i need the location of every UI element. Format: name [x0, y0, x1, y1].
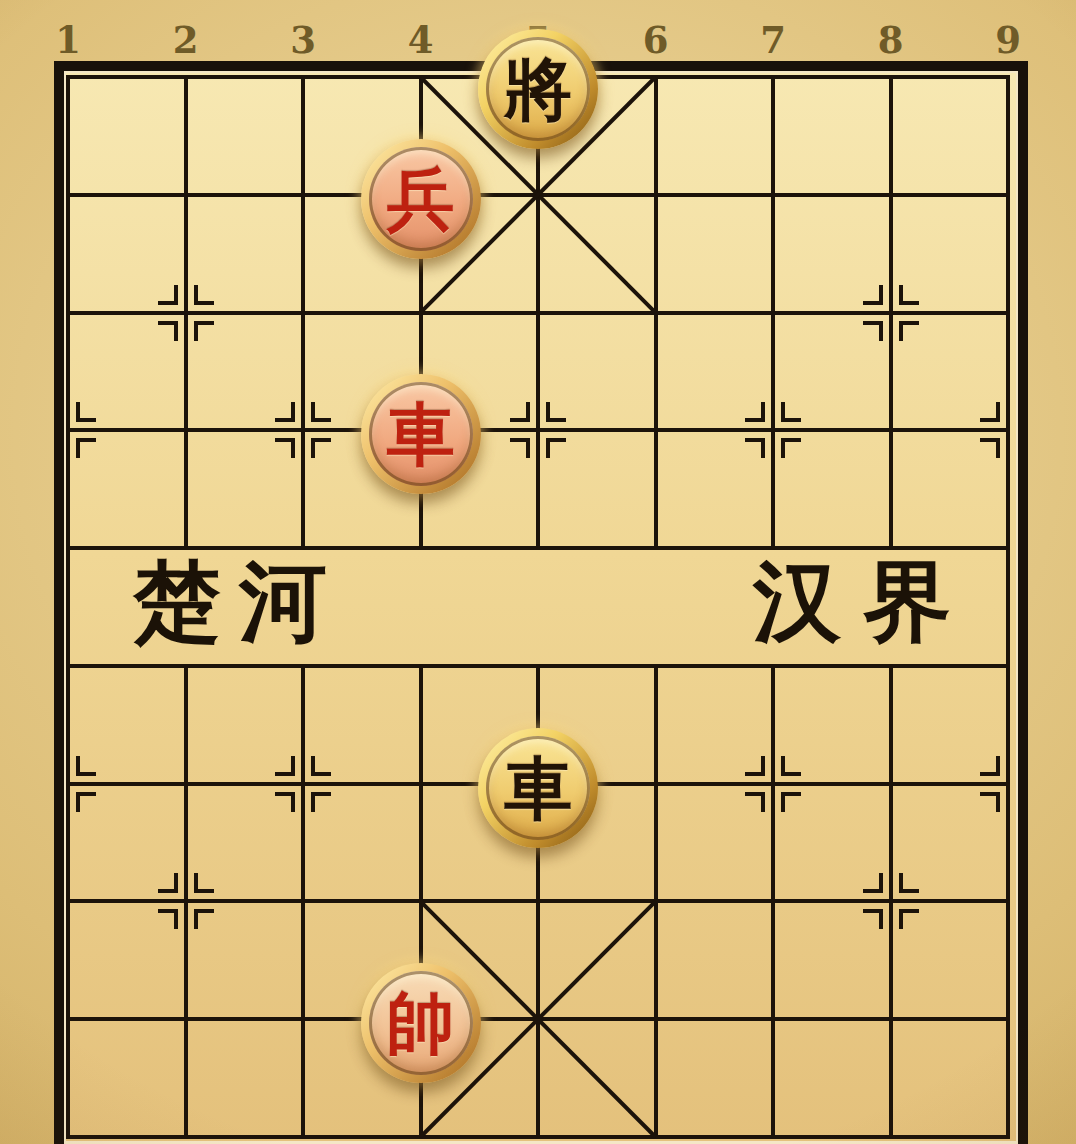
column-label-2: 2 — [173, 18, 199, 62]
piece-glyph: 車 — [387, 400, 455, 468]
piece-glyph: 帥 — [387, 989, 455, 1057]
piece-face: 兵 — [369, 147, 473, 251]
black-general[interactable]: 將 — [478, 29, 598, 149]
column-label-6: 6 — [643, 18, 669, 62]
piece-glyph: 將 — [504, 55, 572, 123]
piece-face: 帥 — [369, 971, 473, 1075]
river-label-right-char-2: 界 — [863, 543, 951, 662]
column-label-8: 8 — [878, 18, 904, 62]
piece-face: 車 — [486, 736, 590, 840]
column-label-7: 7 — [760, 18, 786, 62]
piece-glyph: 兵 — [387, 165, 455, 233]
piece-rim: 車 — [361, 374, 481, 494]
column-label-9: 9 — [995, 18, 1021, 62]
river-label-right-char-1: 汉 — [753, 543, 841, 662]
piece-rim: 將 — [478, 29, 598, 149]
piece-face: 車 — [369, 382, 473, 486]
piece-glyph: 車 — [504, 754, 572, 822]
black-chariot[interactable]: 車 — [478, 728, 598, 848]
column-label-3: 3 — [290, 18, 316, 62]
column-label-4: 4 — [408, 18, 434, 62]
river-label-left-char-2: 河 — [239, 543, 327, 662]
red-soldier[interactable]: 兵 — [361, 139, 481, 259]
red-general[interactable]: 帥 — [361, 963, 481, 1083]
piece-rim: 車 — [478, 728, 598, 848]
xiangqi-board[interactable]: 123456789楚河汉界將兵車車帥 — [0, 0, 1076, 1144]
piece-face: 將 — [486, 37, 590, 141]
column-label-1: 1 — [55, 18, 81, 62]
red-chariot[interactable]: 車 — [361, 374, 481, 494]
river-label-left-char-1: 楚 — [133, 543, 221, 662]
piece-rim: 帥 — [361, 963, 481, 1083]
piece-rim: 兵 — [361, 139, 481, 259]
